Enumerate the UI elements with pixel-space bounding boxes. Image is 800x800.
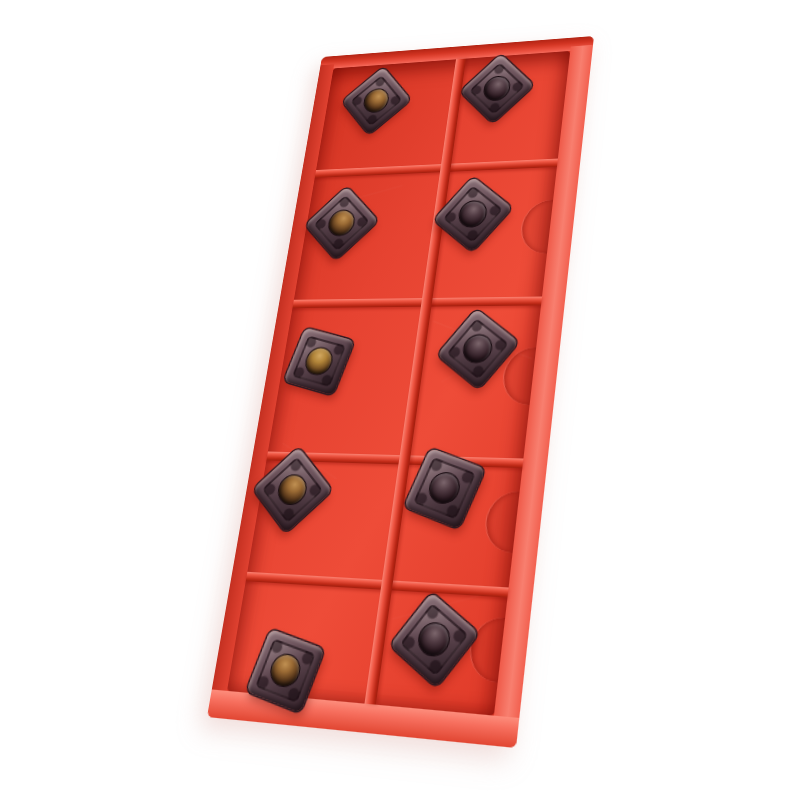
compartment-divider-horizontal — [292, 297, 542, 309]
insert-tray — [207, 36, 594, 748]
compartment-divider-horizontal — [246, 572, 509, 598]
compartment-divider-horizontal — [315, 159, 558, 178]
photo-stage — [0, 0, 800, 800]
